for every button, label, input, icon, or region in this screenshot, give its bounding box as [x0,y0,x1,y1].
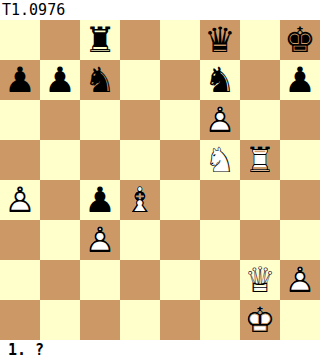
piece-outline-layer: ♙ [280,260,320,300]
square-h4[interactable] [280,180,320,220]
square-f5[interactable]: ♞♘ [200,140,240,180]
square-h8[interactable]: ♚ [280,20,320,60]
black-king[interactable]: ♚ [280,20,320,60]
black-queen[interactable]: ♛ [200,20,240,60]
square-a1[interactable] [0,300,40,340]
square-e6[interactable] [160,100,200,140]
square-e3[interactable] [160,220,200,260]
square-d7[interactable] [120,60,160,100]
square-h7[interactable]: ♟ [280,60,320,100]
square-g8[interactable] [240,20,280,60]
square-a3[interactable] [0,220,40,260]
white-rook[interactable]: ♜♖ [240,140,280,180]
square-f4[interactable] [200,180,240,220]
piece-outline-layer: ♕ [240,260,280,300]
square-e7[interactable] [160,60,200,100]
square-a2[interactable] [0,260,40,300]
square-b5[interactable] [40,140,80,180]
piece-outline-layer: ♖ [240,140,280,180]
square-b8[interactable] [40,20,80,60]
white-pawn[interactable]: ♟♙ [280,260,320,300]
square-d4[interactable]: ♝♗ [120,180,160,220]
square-a4[interactable]: ♟♙ [0,180,40,220]
square-b4[interactable] [40,180,80,220]
square-a8[interactable] [0,20,40,60]
square-h5[interactable] [280,140,320,180]
black-pawn[interactable]: ♟ [280,60,320,100]
white-knight[interactable]: ♞♘ [200,140,240,180]
square-a6[interactable] [0,100,40,140]
square-g2[interactable]: ♛♕ [240,260,280,300]
move-prompt: 1. ? [8,341,44,359]
square-b7[interactable]: ♟ [40,60,80,100]
white-bishop[interactable]: ♝♗ [120,180,160,220]
black-pawn[interactable]: ♟ [80,180,120,220]
white-pawn[interactable]: ♟♙ [0,180,40,220]
black-pawn[interactable]: ♟ [0,60,40,100]
square-h2[interactable]: ♟♙ [280,260,320,300]
square-c4[interactable]: ♟ [80,180,120,220]
square-g3[interactable] [240,220,280,260]
square-b1[interactable] [40,300,80,340]
square-f3[interactable] [200,220,240,260]
square-a5[interactable] [0,140,40,180]
square-e4[interactable] [160,180,200,220]
square-h3[interactable] [280,220,320,260]
square-f1[interactable] [200,300,240,340]
title-bar: T1.0976 [0,0,320,20]
square-c1[interactable] [80,300,120,340]
square-e2[interactable] [160,260,200,300]
square-f2[interactable] [200,260,240,300]
piece-outline-layer: ♗ [120,180,160,220]
square-f6[interactable]: ♟♙ [200,100,240,140]
square-f8[interactable]: ♛ [200,20,240,60]
black-knight[interactable]: ♞ [80,60,120,100]
square-b6[interactable] [40,100,80,140]
square-c7[interactable]: ♞ [80,60,120,100]
square-f7[interactable]: ♞ [200,60,240,100]
square-c5[interactable] [80,140,120,180]
square-d5[interactable] [120,140,160,180]
square-g4[interactable] [240,180,280,220]
square-d8[interactable] [120,20,160,60]
white-king[interactable]: ♚♔ [240,300,280,340]
status-bar: 1. ? [0,340,320,360]
square-c3[interactable]: ♟♙ [80,220,120,260]
black-knight[interactable]: ♞ [200,60,240,100]
piece-outline-layer: ♙ [80,220,120,260]
square-b2[interactable] [40,260,80,300]
square-e5[interactable] [160,140,200,180]
square-d6[interactable] [120,100,160,140]
square-g7[interactable] [240,60,280,100]
puzzle-title: T1.0976 [2,1,65,19]
square-g6[interactable] [240,100,280,140]
square-d2[interactable] [120,260,160,300]
white-pawn[interactable]: ♟♙ [80,220,120,260]
black-pawn[interactable]: ♟ [40,60,80,100]
square-g5[interactable]: ♜♖ [240,140,280,180]
square-b3[interactable] [40,220,80,260]
square-d3[interactable] [120,220,160,260]
piece-outline-layer: ♙ [0,180,40,220]
square-c2[interactable] [80,260,120,300]
square-g1[interactable]: ♚♔ [240,300,280,340]
white-pawn[interactable]: ♟♙ [200,100,240,140]
square-c6[interactable] [80,100,120,140]
piece-outline-layer: ♔ [240,300,280,340]
piece-outline-layer: ♙ [200,100,240,140]
square-d1[interactable] [120,300,160,340]
piece-outline-layer: ♘ [200,140,240,180]
square-h6[interactable] [280,100,320,140]
square-c8[interactable]: ♜ [80,20,120,60]
square-a7[interactable]: ♟ [0,60,40,100]
square-e8[interactable] [160,20,200,60]
square-h1[interactable] [280,300,320,340]
square-e1[interactable] [160,300,200,340]
white-queen[interactable]: ♛♕ [240,260,280,300]
chess-board: ♜♛♚♟♟♞♞♟♟♙♞♘♜♖♟♙♟♝♗♟♙♛♕♟♙♚♔ [0,20,320,340]
black-rook[interactable]: ♜ [80,20,120,60]
